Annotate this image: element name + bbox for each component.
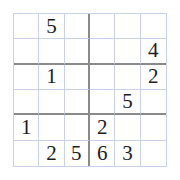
cell-r5c6[interactable] [141, 115, 166, 140]
cell-r4c5[interactable]: 5 [115, 90, 140, 115]
cell-r3c3[interactable] [65, 65, 90, 90]
cell-r2c4[interactable] [90, 39, 115, 64]
cell-r4c6[interactable] [141, 90, 166, 115]
given-digit: 5 [122, 91, 133, 112]
sudoku-board: 54125122563 [13, 13, 167, 167]
given-digit: 2 [46, 143, 57, 164]
cell-r1c6[interactable] [141, 14, 166, 39]
cell-r1c4[interactable] [90, 14, 115, 39]
cell-r2c2[interactable] [39, 39, 64, 64]
given-digit: 2 [148, 66, 159, 87]
cell-r1c3[interactable] [65, 14, 90, 39]
given-digit: 1 [21, 117, 32, 138]
cell-r6c6[interactable] [141, 141, 166, 166]
given-digit: 3 [122, 143, 133, 164]
given-digit: 5 [46, 16, 57, 37]
cell-r2c1[interactable] [14, 39, 39, 64]
cell-r3c1[interactable] [14, 65, 39, 90]
cell-r5c3[interactable] [65, 115, 90, 140]
given-digit: 1 [46, 66, 57, 87]
cell-r4c2[interactable] [39, 90, 64, 115]
given-digit: 5 [71, 143, 82, 164]
given-digit: 6 [97, 143, 108, 164]
cell-r3c2[interactable]: 1 [39, 65, 64, 90]
cell-r6c4[interactable]: 6 [90, 141, 115, 166]
cell-r4c1[interactable] [14, 90, 39, 115]
cell-r6c1[interactable] [14, 141, 39, 166]
cell-r6c2[interactable]: 2 [39, 141, 64, 166]
cell-r5c1[interactable]: 1 [14, 115, 39, 140]
cell-r5c2[interactable] [39, 115, 64, 140]
cell-r5c5[interactable] [115, 115, 140, 140]
cell-r1c2[interactable]: 5 [39, 14, 64, 39]
cell-r3c4[interactable] [90, 65, 115, 90]
cell-r4c3[interactable] [65, 90, 90, 115]
given-digit: 4 [148, 40, 159, 61]
given-digit: 2 [97, 117, 108, 138]
cell-r2c6[interactable]: 4 [141, 39, 166, 64]
cell-r6c3[interactable]: 5 [65, 141, 90, 166]
cell-r2c3[interactable] [65, 39, 90, 64]
cell-r3c6[interactable]: 2 [141, 65, 166, 90]
cell-r1c5[interactable] [115, 14, 140, 39]
cell-r1c1[interactable] [14, 14, 39, 39]
cell-r4c4[interactable] [90, 90, 115, 115]
cell-r3c5[interactable] [115, 65, 140, 90]
cell-r6c5[interactable]: 3 [115, 141, 140, 166]
cell-r2c5[interactable] [115, 39, 140, 64]
cell-r5c4[interactable]: 2 [90, 115, 115, 140]
